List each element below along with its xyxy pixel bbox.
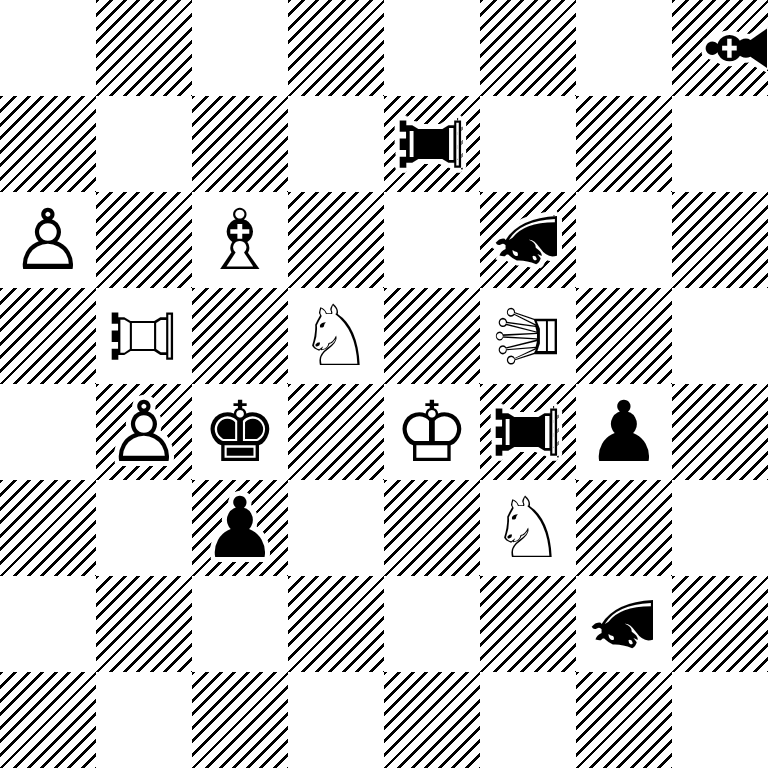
square-a6[interactable]: ♟♙	[0, 192, 96, 288]
square-d1[interactable]	[288, 672, 384, 768]
white-queen-icon: ♕	[480, 288, 576, 384]
white-bishop-piece[interactable]: ♝♗	[192, 192, 288, 288]
black-pawn-icon: ♟	[192, 480, 288, 576]
white-pawn-piece[interactable]: ♟♙	[0, 192, 96, 288]
square-f5[interactable]: ♛♕	[480, 288, 576, 384]
square-f3[interactable]: ♞♘	[480, 480, 576, 576]
white-knight-piece[interactable]: ♞♘	[480, 480, 576, 576]
black-knight-icon: ♞	[480, 192, 576, 288]
square-b4[interactable]: ♟♙	[96, 384, 192, 480]
square-h2[interactable]	[672, 576, 768, 672]
square-f8[interactable]	[480, 0, 576, 96]
square-f6[interactable]: ♞♞	[480, 192, 576, 288]
square-e3[interactable]	[384, 480, 480, 576]
square-h7[interactable]	[672, 96, 768, 192]
white-queen-piece[interactable]: ♛♕	[480, 288, 576, 384]
square-b8[interactable]	[96, 0, 192, 96]
square-h5[interactable]	[672, 288, 768, 384]
square-e1[interactable]	[384, 672, 480, 768]
black-knight-piece[interactable]: ♞♞	[576, 576, 672, 672]
white-knight-icon: ♘	[288, 288, 384, 384]
square-g3[interactable]	[576, 480, 672, 576]
square-d8[interactable]	[288, 0, 384, 96]
square-g7[interactable]	[576, 96, 672, 192]
square-f4[interactable]: ♜♜	[480, 384, 576, 480]
square-d2[interactable]	[288, 576, 384, 672]
white-pawn-icon: ♙	[96, 384, 192, 480]
white-rook-icon: ♖	[96, 288, 192, 384]
square-d3[interactable]	[288, 480, 384, 576]
white-pawn-piece[interactable]: ♟♙	[96, 384, 192, 480]
square-d7[interactable]	[288, 96, 384, 192]
square-e4[interactable]: ♚♔	[384, 384, 480, 480]
square-h4[interactable]	[672, 384, 768, 480]
black-rook-icon: ♜	[480, 384, 576, 480]
square-b3[interactable]	[96, 480, 192, 576]
square-a8[interactable]	[0, 0, 96, 96]
square-a5[interactable]	[0, 288, 96, 384]
square-b7[interactable]	[96, 96, 192, 192]
square-c4[interactable]: ♚♚	[192, 384, 288, 480]
black-rook-piece[interactable]: ♜♜	[480, 384, 576, 480]
white-pawn-icon: ♙	[0, 192, 96, 288]
white-king-icon: ♔	[384, 384, 480, 480]
black-rook-icon: ♜	[384, 96, 480, 192]
black-bishop-piece[interactable]: ♝♝	[690, 0, 768, 96]
square-g5[interactable]	[576, 288, 672, 384]
white-knight-icon: ♘	[480, 480, 576, 576]
chess-board: ♝♝♜♜♟♙♝♗♞♞♜♖♞♘♛♕♟♙♚♚♚♔♜♜♟♟♟♟♞♘♞♞	[0, 0, 768, 768]
square-b2[interactable]	[96, 576, 192, 672]
square-h6[interactable]	[672, 192, 768, 288]
square-b1[interactable]	[96, 672, 192, 768]
square-a1[interactable]	[0, 672, 96, 768]
square-b5[interactable]: ♜♖	[96, 288, 192, 384]
square-e6[interactable]	[384, 192, 480, 288]
black-king-icon: ♚	[192, 384, 288, 480]
square-g1[interactable]	[576, 672, 672, 768]
black-pawn-piece[interactable]: ♟♟	[576, 384, 672, 480]
square-h1[interactable]	[672, 672, 768, 768]
white-knight-piece[interactable]: ♞♘	[288, 288, 384, 384]
square-g2[interactable]: ♞♞	[576, 576, 672, 672]
square-h3[interactable]	[672, 480, 768, 576]
square-e7[interactable]: ♜♜	[384, 96, 480, 192]
square-c7[interactable]	[192, 96, 288, 192]
black-rook-piece[interactable]: ♜♜	[384, 96, 480, 192]
square-h8[interactable]: ♝♝	[672, 0, 768, 96]
black-knight-piece[interactable]: ♞♞	[480, 192, 576, 288]
square-e2[interactable]	[384, 576, 480, 672]
square-e5[interactable]	[384, 288, 480, 384]
black-pawn-piece[interactable]: ♟♟	[192, 480, 288, 576]
square-f7[interactable]	[480, 96, 576, 192]
square-e8[interactable]	[384, 0, 480, 96]
square-a3[interactable]	[0, 480, 96, 576]
square-c2[interactable]	[192, 576, 288, 672]
square-d4[interactable]	[288, 384, 384, 480]
square-g8[interactable]	[576, 0, 672, 96]
square-g6[interactable]	[576, 192, 672, 288]
square-a4[interactable]	[0, 384, 96, 480]
square-c3[interactable]: ♟♟	[192, 480, 288, 576]
square-f1[interactable]	[480, 672, 576, 768]
square-b6[interactable]	[96, 192, 192, 288]
white-king-piece[interactable]: ♚♔	[384, 384, 480, 480]
square-d5[interactable]: ♞♘	[288, 288, 384, 384]
square-g4[interactable]: ♟♟	[576, 384, 672, 480]
square-a2[interactable]	[0, 576, 96, 672]
black-pawn-icon: ♟	[576, 384, 672, 480]
square-f2[interactable]	[480, 576, 576, 672]
black-knight-icon: ♞	[576, 576, 672, 672]
white-rook-piece[interactable]: ♜♖	[96, 288, 192, 384]
black-bishop-icon: ♝	[690, 0, 768, 96]
square-c5[interactable]	[192, 288, 288, 384]
black-king-piece[interactable]: ♚♚	[192, 384, 288, 480]
square-d6[interactable]	[288, 192, 384, 288]
square-a7[interactable]	[0, 96, 96, 192]
square-c6[interactable]: ♝♗	[192, 192, 288, 288]
white-bishop-icon: ♗	[192, 192, 288, 288]
square-c8[interactable]	[192, 0, 288, 96]
square-c1[interactable]	[192, 672, 288, 768]
